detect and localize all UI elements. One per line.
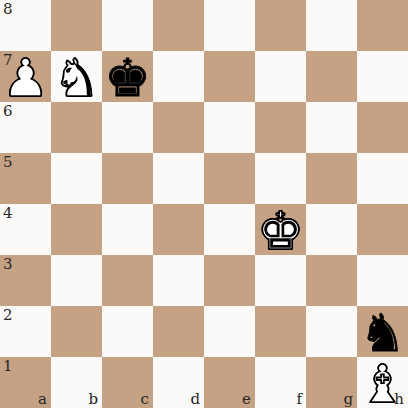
white-king[interactable]: ♚ — [257, 205, 304, 257]
square-f2[interactable] — [255, 306, 306, 357]
square-b6[interactable] — [51, 102, 102, 153]
square-a7[interactable]: ♟ — [0, 51, 51, 102]
square-f1[interactable] — [255, 357, 306, 408]
square-h2[interactable]: ♞ — [357, 306, 408, 357]
square-d2[interactable] — [153, 306, 204, 357]
square-g3[interactable] — [306, 255, 357, 306]
square-b5[interactable] — [51, 153, 102, 204]
square-e2[interactable] — [204, 306, 255, 357]
square-d3[interactable] — [153, 255, 204, 306]
square-f6[interactable] — [255, 102, 306, 153]
square-d4[interactable] — [153, 204, 204, 255]
square-c8[interactable] — [102, 0, 153, 51]
chess-board: ♟♞♚♚♞♝87654321abcdefgh — [0, 0, 408, 408]
white-knight[interactable]: ♞ — [53, 52, 100, 104]
square-h4[interactable] — [357, 204, 408, 255]
square-h5[interactable] — [357, 153, 408, 204]
square-c1[interactable] — [102, 357, 153, 408]
square-c4[interactable] — [102, 204, 153, 255]
square-b4[interactable] — [51, 204, 102, 255]
square-g5[interactable] — [306, 153, 357, 204]
square-b8[interactable] — [51, 0, 102, 51]
square-a1[interactable] — [0, 357, 51, 408]
square-a6[interactable] — [0, 102, 51, 153]
square-a8[interactable] — [0, 0, 51, 51]
black-king[interactable]: ♚ — [104, 52, 151, 104]
square-c7[interactable]: ♚ — [102, 51, 153, 102]
black-knight[interactable]: ♞ — [359, 307, 406, 359]
square-b7[interactable]: ♞ — [51, 51, 102, 102]
square-d8[interactable] — [153, 0, 204, 51]
square-c2[interactable] — [102, 306, 153, 357]
square-e7[interactable] — [204, 51, 255, 102]
square-a4[interactable] — [0, 204, 51, 255]
square-g4[interactable] — [306, 204, 357, 255]
square-g6[interactable] — [306, 102, 357, 153]
square-c5[interactable] — [102, 153, 153, 204]
square-e6[interactable] — [204, 102, 255, 153]
square-d7[interactable] — [153, 51, 204, 102]
square-h7[interactable] — [357, 51, 408, 102]
square-g2[interactable] — [306, 306, 357, 357]
square-f8[interactable] — [255, 0, 306, 51]
square-h1[interactable]: ♝ — [357, 357, 408, 408]
square-g8[interactable] — [306, 0, 357, 51]
square-e4[interactable] — [204, 204, 255, 255]
square-c6[interactable] — [102, 102, 153, 153]
square-b2[interactable] — [51, 306, 102, 357]
square-d6[interactable] — [153, 102, 204, 153]
square-g7[interactable] — [306, 51, 357, 102]
square-e3[interactable] — [204, 255, 255, 306]
square-h8[interactable] — [357, 0, 408, 51]
square-g1[interactable] — [306, 357, 357, 408]
square-a5[interactable] — [0, 153, 51, 204]
square-h6[interactable] — [357, 102, 408, 153]
white-bishop[interactable]: ♝ — [359, 358, 406, 408]
square-e5[interactable] — [204, 153, 255, 204]
square-b3[interactable] — [51, 255, 102, 306]
square-f5[interactable] — [255, 153, 306, 204]
square-e8[interactable] — [204, 0, 255, 51]
square-f4[interactable]: ♚ — [255, 204, 306, 255]
square-c3[interactable] — [102, 255, 153, 306]
square-a2[interactable] — [0, 306, 51, 357]
square-h3[interactable] — [357, 255, 408, 306]
white-pawn[interactable]: ♟ — [2, 52, 49, 104]
square-d5[interactable] — [153, 153, 204, 204]
square-f3[interactable] — [255, 255, 306, 306]
square-a3[interactable] — [0, 255, 51, 306]
square-b1[interactable] — [51, 357, 102, 408]
square-e1[interactable] — [204, 357, 255, 408]
square-d1[interactable] — [153, 357, 204, 408]
square-f7[interactable] — [255, 51, 306, 102]
